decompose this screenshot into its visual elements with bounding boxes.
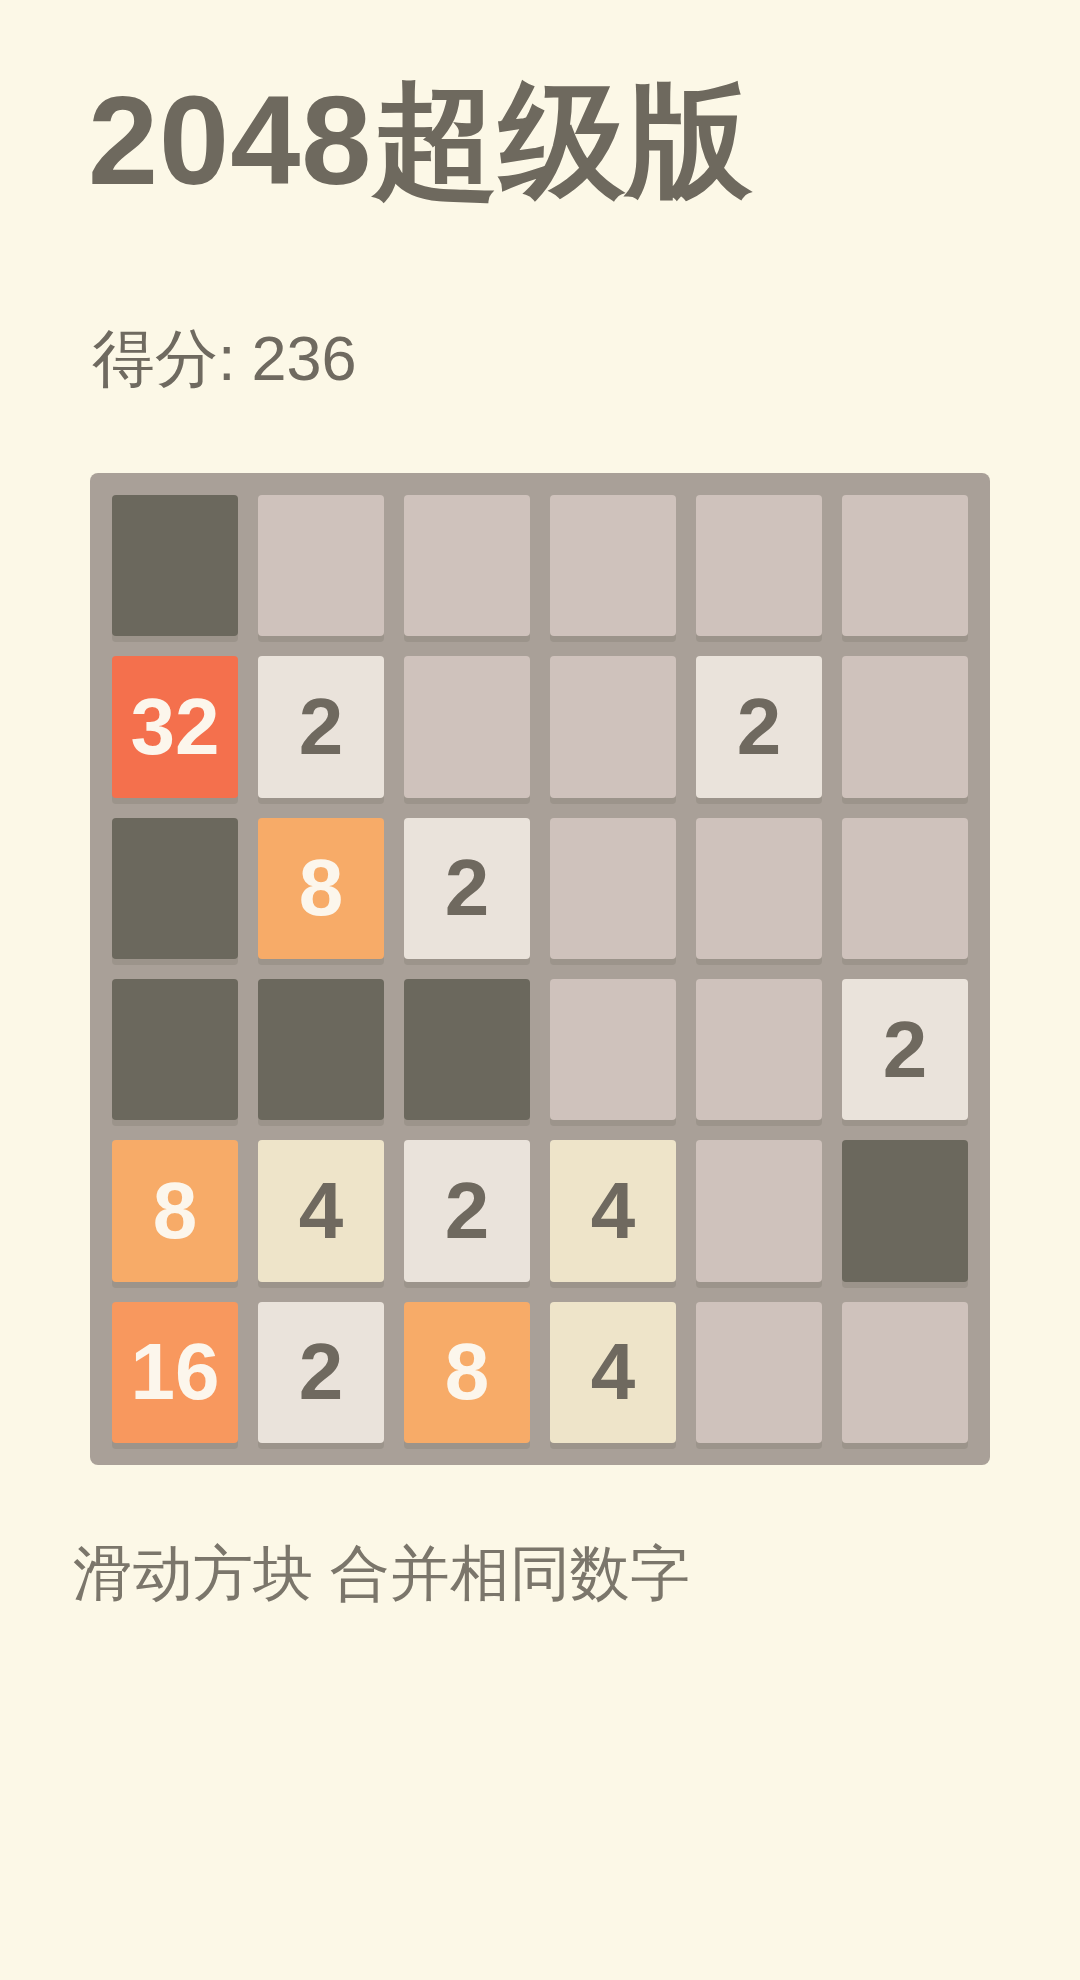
empty-cell-r1c3 [404,495,530,636]
empty-cell-r3c5 [696,818,822,959]
tile-2-r2c2: 2 [258,656,384,797]
score-display: 得分:236 [92,316,357,402]
tile-2-r4c6: 2 [842,979,968,1120]
obstacle-block-r5c6 [842,1140,968,1281]
game-screen: 2048超级版 得分:236 3222822842416284 滑动方块 合并相… [0,0,1080,1980]
empty-cell-r4c5 [696,979,822,1120]
obstacle-block-r4c1 [112,979,238,1120]
empty-cell-r6c6 [842,1302,968,1443]
tile-32-r2c1: 32 [112,656,238,797]
empty-cell-r5c5 [696,1140,822,1281]
empty-cell-r2c3 [404,656,530,797]
empty-cell-r2c4 [550,656,676,797]
page-title: 2048超级版 [88,58,753,227]
empty-cell-r1c5 [696,495,822,636]
empty-cell-r6c5 [696,1302,822,1443]
tile-4-r5c2: 4 [258,1140,384,1281]
tile-2-r5c3: 2 [404,1140,530,1281]
tile-4-r6c4: 4 [550,1302,676,1443]
score-label: 得分: [92,323,236,393]
empty-cell-r1c6 [842,495,968,636]
empty-cell-r1c2 [258,495,384,636]
instructions-text: 滑动方块 合并相同数字 [73,1534,690,1615]
empty-cell-r3c6 [842,818,968,959]
tile-4-r5c4: 4 [550,1140,676,1281]
empty-cell-r3c4 [550,818,676,959]
obstacle-block-r4c2 [258,979,384,1120]
tile-16-r6c1: 16 [112,1302,238,1443]
obstacle-block-r4c3 [404,979,530,1120]
empty-cell-r1c4 [550,495,676,636]
score-value: 236 [252,323,357,393]
tile-2-r6c2: 2 [258,1302,384,1443]
tile-2-r2c5: 2 [696,656,822,797]
empty-cell-r2c6 [842,656,968,797]
game-board[interactable]: 3222822842416284 [90,473,990,1465]
empty-cell-r4c4 [550,979,676,1120]
obstacle-block-r1c1 [112,495,238,636]
tile-8-r3c2: 8 [258,818,384,959]
tile-8-r5c1: 8 [112,1140,238,1281]
obstacle-block-r3c1 [112,818,238,959]
tile-2-r3c3: 2 [404,818,530,959]
tile-8-r6c3: 8 [404,1302,530,1443]
